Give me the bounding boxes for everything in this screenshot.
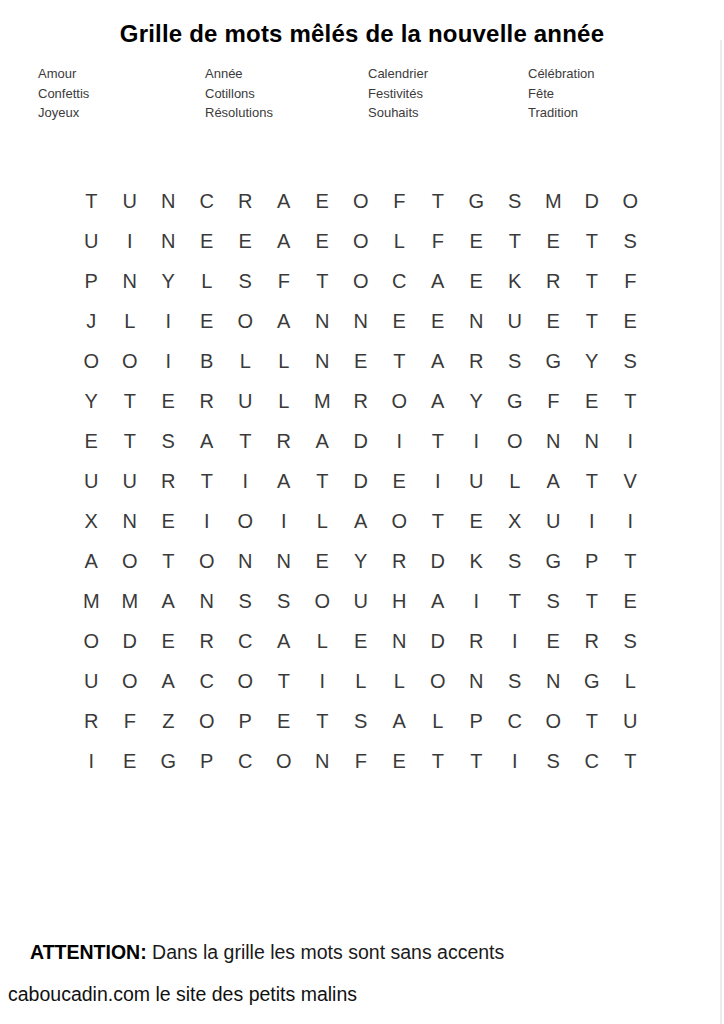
word-item: Souhaits (368, 103, 528, 123)
grid-cell: R (457, 341, 496, 381)
grid-cell: T (419, 501, 458, 541)
grid-cell: B (188, 341, 227, 381)
grid-cell: U (111, 461, 150, 501)
grid-cell: S (265, 581, 304, 621)
grid-cell: O (265, 741, 304, 781)
grid-cell: M (72, 581, 111, 621)
grid-cell: I (111, 221, 150, 261)
grid-cell: P (72, 261, 111, 301)
grid-cell: N (111, 501, 150, 541)
word-item: Résolutions (205, 103, 368, 123)
grid-cell: A (534, 461, 573, 501)
grid-cell: A (149, 661, 188, 701)
word-search-grid: TUNCRAEOFTGSMDOUINEEAEOLFETETSPNYLSFTOCA… (72, 181, 650, 781)
grid-cell: E (534, 621, 573, 661)
page-edge-line (720, 40, 722, 1024)
grid-cell: E (611, 581, 650, 621)
grid-cell: I (149, 341, 188, 381)
grid-cell: D (419, 541, 458, 581)
grid-cell: S (611, 621, 650, 661)
grid-cell: N (265, 541, 304, 581)
grid-cell: T (611, 541, 650, 581)
grid-cell: H (380, 581, 419, 621)
grid-cell: L (496, 461, 535, 501)
grid-cell: N (457, 661, 496, 701)
grid-cell: E (303, 221, 342, 261)
grid-cell: O (188, 701, 227, 741)
grid-cell: A (380, 701, 419, 741)
grid-cell: I (226, 461, 265, 501)
grid-cell: O (111, 541, 150, 581)
grid-cell: R (149, 461, 188, 501)
grid-cell: E (380, 301, 419, 341)
grid-cell: D (419, 621, 458, 661)
grid-cell: N (573, 421, 612, 461)
grid-cell: I (265, 501, 304, 541)
grid-cell: T (303, 261, 342, 301)
grid-cell: T (496, 581, 535, 621)
grid-cell: E (457, 261, 496, 301)
grid-cell: R (72, 701, 111, 741)
word-search-page: Grille de mots mêlés de la nouvelle anné… (0, 0, 724, 1024)
grid-cell: T (149, 541, 188, 581)
grid-cell: P (188, 741, 227, 781)
grid-cell: U (226, 381, 265, 421)
grid-cell: U (72, 661, 111, 701)
grid-cell: J (72, 301, 111, 341)
grid-cell: T (611, 381, 650, 421)
grid-cell: N (188, 581, 227, 621)
grid-cell: R (226, 181, 265, 221)
word-item: Fête (528, 84, 595, 104)
grid-cell: I (573, 501, 612, 541)
grid-cell: U (534, 501, 573, 541)
grid-cell: A (419, 581, 458, 621)
grid-cell: T (573, 581, 612, 621)
grid-cell: O (72, 621, 111, 661)
grid-cell: E (457, 501, 496, 541)
grid-cell: M (534, 181, 573, 221)
grid-cell: F (419, 221, 458, 261)
grid-cell: I (496, 621, 535, 661)
grid-cell: O (342, 181, 381, 221)
grid-cell: O (380, 381, 419, 421)
grid-cell: N (534, 421, 573, 461)
grid-cell: I (149, 301, 188, 341)
word-list-column: Célébration Fête Tradition (528, 64, 595, 123)
grid-cell: F (111, 701, 150, 741)
grid-cell: R (265, 421, 304, 461)
grid-cell: R (573, 621, 612, 661)
grid-cell: E (342, 341, 381, 381)
grid-cell: O (226, 301, 265, 341)
grid-cell: G (496, 381, 535, 421)
grid-cell: E (226, 221, 265, 261)
grid-cell: R (342, 381, 381, 421)
grid-cell: C (188, 181, 227, 221)
word-item: Amour (38, 64, 205, 84)
grid-cell: S (226, 261, 265, 301)
grid-cell: T (457, 741, 496, 781)
grid-cell: E (380, 741, 419, 781)
grid-cell: D (573, 181, 612, 221)
grid-cell: F (380, 181, 419, 221)
grid-cell: C (226, 741, 265, 781)
grid-cell: T (419, 181, 458, 221)
grid-cell: K (496, 261, 535, 301)
grid-cell: A (265, 181, 304, 221)
footer-site-line: caboucadin.com le site des petits malins (8, 983, 357, 1006)
grid-cell: Y (342, 541, 381, 581)
grid-cell: O (303, 581, 342, 621)
grid-cell: G (149, 741, 188, 781)
grid-cell: N (149, 221, 188, 261)
grid-cell: N (380, 621, 419, 661)
grid-cell: I (419, 461, 458, 501)
grid-cell: E (303, 541, 342, 581)
grid-cell: C (380, 261, 419, 301)
grid-cell: X (72, 501, 111, 541)
grid-cell: K (457, 541, 496, 581)
grid-cell: T (111, 421, 150, 461)
grid-cell: Y (457, 381, 496, 421)
grid-cell: L (111, 301, 150, 341)
grid-cell: E (380, 461, 419, 501)
grid-cell: U (611, 701, 650, 741)
grid-cell: O (111, 341, 150, 381)
grid-cell: A (188, 421, 227, 461)
grid-cell: G (457, 181, 496, 221)
grid-cell: I (496, 741, 535, 781)
grid-cell: C (188, 661, 227, 701)
grid-cell: P (457, 701, 496, 741)
grid-cell: I (303, 661, 342, 701)
grid-cell: E (303, 181, 342, 221)
grid-cell: A (303, 421, 342, 461)
grid-cell: N (149, 181, 188, 221)
grid-cell: C (496, 701, 535, 741)
grid-cell: G (534, 541, 573, 581)
grid-cell: T (226, 421, 265, 461)
grid-cell: S (611, 221, 650, 261)
grid-cell: X (496, 501, 535, 541)
grid-cell: S (496, 341, 535, 381)
grid-cell: L (265, 381, 304, 421)
grid-cell: T (496, 221, 535, 261)
grid-cell: T (573, 461, 612, 501)
word-item: Festivités (368, 84, 528, 104)
grid-cell: V (611, 461, 650, 501)
grid-cell: I (457, 421, 496, 461)
grid-cell: A (419, 261, 458, 301)
grid-cell: S (611, 341, 650, 381)
grid-cell: O (611, 181, 650, 221)
grid-cell: E (188, 221, 227, 261)
grid-cell: R (380, 541, 419, 581)
grid-cell: T (573, 701, 612, 741)
grid-cell: O (226, 661, 265, 701)
grid-cell: O (72, 341, 111, 381)
grid-cell: E (149, 621, 188, 661)
grid-cell: S (534, 581, 573, 621)
grid-cell: D (111, 621, 150, 661)
grid-cell: I (72, 741, 111, 781)
grid-cell: S (342, 701, 381, 741)
grid-cell: Z (149, 701, 188, 741)
grid-cell: G (573, 661, 612, 701)
grid-cell: N (457, 301, 496, 341)
word-item: Confettis (38, 84, 205, 104)
word-list: Amour Confettis Joyeux Année Cotillons R… (38, 64, 595, 123)
grid-cell: S (496, 661, 535, 701)
grid-cell: T (419, 741, 458, 781)
grid-cell: T (573, 301, 612, 341)
grid-cell: T (303, 701, 342, 741)
grid-cell: A (149, 581, 188, 621)
grid-cell: T (72, 181, 111, 221)
word-item: Cotillons (205, 84, 368, 104)
grid-cell: M (303, 381, 342, 421)
grid-cell: C (573, 741, 612, 781)
grid-cell: O (188, 541, 227, 581)
grid-cell: T (188, 461, 227, 501)
grid-cell: P (226, 701, 265, 741)
grid-cell: I (380, 421, 419, 461)
word-list-column: Calendrier Festivités Souhaits (368, 64, 528, 123)
grid-cell: Y (72, 381, 111, 421)
grid-cell: O (226, 501, 265, 541)
grid-cell: U (111, 181, 150, 221)
grid-cell: N (342, 301, 381, 341)
grid-cell: Y (573, 341, 612, 381)
grid-cell: A (265, 301, 304, 341)
grid-cell: A (265, 461, 304, 501)
grid-cell: R (188, 381, 227, 421)
grid-cell: L (611, 661, 650, 701)
grid-cell: T (419, 421, 458, 461)
grid-cell: R (188, 621, 227, 661)
grid-cell: T (573, 261, 612, 301)
grid-cell: A (265, 221, 304, 261)
grid-cell: S (226, 581, 265, 621)
grid-cell: S (496, 181, 535, 221)
grid-cell: L (380, 661, 419, 701)
grid-cell: N (534, 661, 573, 701)
grid-cell: T (111, 381, 150, 421)
grid-cell: U (457, 461, 496, 501)
grid-cell: I (457, 581, 496, 621)
grid-cell: D (342, 461, 381, 501)
grid-cell: L (342, 661, 381, 701)
grid-cell: N (303, 341, 342, 381)
grid-cell: D (342, 421, 381, 461)
word-item: Calendrier (368, 64, 528, 84)
grid-cell: O (419, 661, 458, 701)
grid-cell: A (72, 541, 111, 581)
grid-cell: M (111, 581, 150, 621)
grid-cell: L (303, 621, 342, 661)
grid-cell: I (611, 421, 650, 461)
grid-cell: E (419, 301, 458, 341)
grid-cell: E (611, 301, 650, 341)
attention-note: ATTENTION: Dans la grille les mots sont … (30, 941, 504, 964)
grid-cell: R (457, 621, 496, 661)
grid-cell: O (380, 501, 419, 541)
grid-cell: T (380, 341, 419, 381)
grid-cell: E (457, 221, 496, 261)
grid-cell: C (226, 621, 265, 661)
grid-cell: S (149, 421, 188, 461)
grid-cell: U (72, 461, 111, 501)
grid-cell: L (226, 341, 265, 381)
grid-cell: T (303, 461, 342, 501)
grid-cell: Y (149, 261, 188, 301)
grid-cell: L (419, 701, 458, 741)
grid-cell: O (342, 221, 381, 261)
grid-cell: T (265, 661, 304, 701)
grid-cell: L (265, 341, 304, 381)
grid-cell: N (303, 741, 342, 781)
grid-cell: O (342, 261, 381, 301)
grid-cell: E (149, 381, 188, 421)
grid-cell: E (534, 221, 573, 261)
grid-cell: I (188, 501, 227, 541)
grid-cell: A (265, 621, 304, 661)
grid-cell: F (342, 741, 381, 781)
grid-cell: A (342, 501, 381, 541)
word-item: Année (205, 64, 368, 84)
word-list-column: Année Cotillons Résolutions (205, 64, 368, 123)
grid-cell: O (111, 661, 150, 701)
grid-cell: E (342, 621, 381, 661)
word-item: Tradition (528, 103, 595, 123)
grid-cell: E (72, 421, 111, 461)
grid-cell: E (111, 741, 150, 781)
grid-cell: U (342, 581, 381, 621)
grid-cell: T (611, 741, 650, 781)
grid-cell: R (534, 261, 573, 301)
grid-cell: N (111, 261, 150, 301)
grid-cell: L (188, 261, 227, 301)
grid-cell: T (573, 221, 612, 261)
word-item: Célébration (528, 64, 595, 84)
grid-cell: U (72, 221, 111, 261)
grid-cell: E (265, 701, 304, 741)
grid-cell: S (496, 541, 535, 581)
grid-cell: E (573, 381, 612, 421)
grid-cell: O (496, 421, 535, 461)
word-list-column: Amour Confettis Joyeux (38, 64, 205, 123)
grid-cell: L (380, 221, 419, 261)
grid-cell: O (534, 701, 573, 741)
grid-cell: F (611, 261, 650, 301)
grid-cell: A (419, 381, 458, 421)
grid-cell: A (419, 341, 458, 381)
grid-cell: E (188, 301, 227, 341)
word-item: Joyeux (38, 103, 205, 123)
grid-cell: N (303, 301, 342, 341)
grid-cell: F (265, 261, 304, 301)
grid-cell: S (534, 741, 573, 781)
attention-text: Dans la grille les mots sont sans accent… (147, 941, 505, 963)
grid-cell: N (226, 541, 265, 581)
grid-cell: L (303, 501, 342, 541)
grid-cell: I (611, 501, 650, 541)
grid-cell: E (149, 501, 188, 541)
page-title: Grille de mots mêlés de la nouvelle anné… (0, 20, 724, 48)
grid-cell: G (534, 341, 573, 381)
grid-cell: F (534, 381, 573, 421)
grid-cell: U (496, 301, 535, 341)
grid-cell: E (534, 301, 573, 341)
grid-cell: P (573, 541, 612, 581)
attention-label: ATTENTION: (30, 941, 147, 963)
